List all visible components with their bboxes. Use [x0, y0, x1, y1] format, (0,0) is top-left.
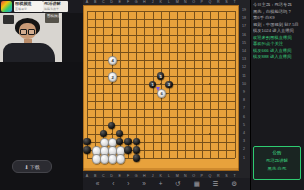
coordinate-letter: C: [100, 0, 106, 5]
coordinate-letter: R: [215, 0, 221, 5]
coordinate-letter: B: [92, 0, 98, 5]
black-stone-e4: [116, 130, 123, 137]
black-stone-k11: 5: [157, 72, 164, 79]
grid-line-horizontal: [87, 101, 235, 102]
black-stone-g3: [133, 138, 140, 145]
coordinate-letter: L: [166, 0, 172, 5]
black-stone-e3: [116, 138, 123, 145]
star-point: [160, 133, 162, 135]
coordinate-number: 18: [241, 16, 247, 21]
announcement-line: 黑先 白死: [254, 165, 300, 173]
coordinate-number: 5: [241, 123, 247, 128]
star-point: [160, 83, 162, 85]
coordinate-number: 8: [241, 98, 247, 103]
coordinate-number: 4: [241, 131, 247, 136]
coordinate-letter: O: [191, 0, 197, 5]
coordinate-letter: D: [109, 0, 115, 5]
grid-line-vertical: [194, 11, 195, 159]
coordinate-letter: P: [199, 0, 205, 5]
grid-icon[interactable]: ▦: [194, 178, 200, 190]
grid-line-vertical: [177, 11, 178, 159]
chat-message-green: 棋友888 进入直播间: [253, 54, 302, 61]
coordinate-number: 14: [241, 49, 247, 54]
next-move-icon[interactable]: ›: [127, 178, 129, 190]
black-stone-g1: [133, 154, 140, 161]
star-point: [111, 83, 113, 85]
star-point: [209, 83, 211, 85]
undo-icon[interactable]: ↺: [175, 178, 180, 190]
coordinate-number: 15: [241, 41, 247, 46]
grid-line-vertical: [218, 11, 219, 159]
announcement-title: 公告: [254, 149, 300, 157]
grid-line-vertical: [202, 11, 203, 159]
coordinate-number: 19: [241, 8, 247, 13]
chat-green-lines: 欢迎来到围棋直播间喜欢的点个关注棋友666 进入直播间棋友888 进入直播间: [253, 35, 302, 61]
streamer-body: [3, 43, 55, 62]
coordinate-number: 1: [241, 156, 247, 161]
black-stone-a3: [83, 138, 90, 145]
coordinate-letter: N: [182, 0, 188, 5]
coordinate-letter: J: [150, 0, 156, 5]
black-stone-c4: [100, 130, 107, 137]
last-move-marker: [156, 87, 160, 91]
header-bar: 围棋频道 直播课堂 死活讲解 每晚七点半: [0, 0, 83, 13]
streamer-plate: 围棋频道 直播课堂: [14, 1, 43, 12]
coordinate-letter: H: [141, 0, 147, 5]
download-button[interactable]: ⬇ 下载: [12, 160, 52, 173]
wall-picture-frame: [3, 15, 14, 24]
coordinate-number: 7: [241, 106, 247, 111]
announcement-line: 死活题讲解: [254, 157, 300, 165]
coordinate-letter: S: [223, 0, 229, 5]
grid-line-horizontal: [87, 109, 235, 110]
webcam-video: 围棋频道: [0, 13, 62, 62]
coordinate-number: 6: [241, 115, 247, 120]
star-point: [209, 34, 211, 36]
star-point: [209, 133, 211, 135]
topic-plate: 死活讲解 每晚七点半: [43, 1, 68, 12]
app-window: 围棋频道 直播课堂 死活讲解 每晚七点半 围棋频道 ⬇ 下载 425136 AA…: [0, 0, 304, 190]
star-point: [111, 133, 113, 135]
go-board-zone: 425136 AABBCCDDEEFFGGHHJJKKLLMMNNOOPPQQR…: [83, 0, 250, 190]
first-move-icon[interactable]: «: [96, 178, 100, 190]
channel-logo: [1, 1, 12, 12]
grid-line-vertical: [226, 11, 227, 159]
coordinate-letter: T: [232, 0, 238, 5]
coordinate-letter: E: [117, 0, 123, 5]
star-point: [111, 34, 113, 36]
coordinate-letter: G: [133, 0, 139, 5]
coordinate-letter: A: [84, 0, 90, 5]
webcam-watermark: 围棋频道: [47, 14, 61, 18]
black-stone-f3: [124, 138, 131, 145]
grid-line-horizontal: [87, 117, 235, 118]
last-move-icon[interactable]: »: [142, 178, 146, 190]
white-stone-e1: [116, 154, 125, 163]
add-stone-icon[interactable]: +: [159, 178, 163, 190]
coordinate-letter: M: [174, 0, 180, 5]
white-stone-d13: 4: [108, 56, 117, 65]
settings-icon[interactable]: ⚙: [231, 178, 237, 190]
left-sidebar-area: ⬇ 下载: [0, 62, 83, 190]
grid-line-vertical: [185, 11, 186, 159]
coordinate-letter: Q: [207, 0, 213, 5]
coordinate-number: 12: [241, 65, 247, 70]
black-stone-a2: [83, 146, 90, 153]
announcement-box: 公告 死活题讲解黑先 白死: [253, 146, 301, 180]
coordinate-number: 13: [241, 57, 247, 62]
coordinate-number: 10: [241, 82, 247, 87]
replay-toolbar: «‹›»+↺▦☰⚙: [83, 178, 250, 190]
white-stone-d11: 2: [108, 72, 117, 81]
menu-icon[interactable]: ☰: [213, 178, 219, 190]
black-stone-l10: 3: [165, 81, 172, 88]
star-point: [160, 34, 162, 36]
grid-line-vertical: [235, 11, 236, 159]
coordinate-number: 2: [241, 147, 247, 152]
plate-subtitle: 直播课堂: [15, 7, 42, 11]
black-stone-f2: [124, 146, 131, 153]
go-board[interactable]: 425136: [83, 5, 239, 171]
black-stone-j10: 1: [149, 81, 156, 88]
chat-panel[interactable]: 今日主题：死活专题黑先，白棋能活吗？第6手 白K9规则：中国规则 贴7.5目棋友…: [250, 0, 304, 190]
coordinate-number: 11: [241, 74, 247, 79]
coordinate-letter: F: [125, 0, 131, 5]
coordinate-number: 16: [241, 33, 247, 38]
plate-subtitle: 每晚七点半: [44, 7, 67, 11]
coordinate-number: 3: [241, 139, 247, 144]
black-stone-g2: [133, 146, 140, 153]
coordinate-letter: K: [158, 0, 164, 5]
prev-move-icon[interactable]: ‹: [112, 178, 114, 190]
chat-info-lines: 今日主题：死活专题黑先，白棋能活吗？第6手 白K9规则：中国规则 贴7.5目棋友…: [253, 2, 302, 35]
coordinate-number: 17: [241, 24, 247, 29]
streamer-glasses: [20, 29, 35, 34]
coordinate-number: 9: [241, 90, 247, 95]
black-stone-d5: [108, 122, 115, 129]
